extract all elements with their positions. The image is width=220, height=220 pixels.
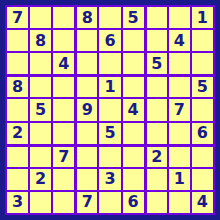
cell-r5c1-empty[interactable] (7, 99, 28, 120)
cell-r6c7-empty[interactable] (146, 123, 167, 144)
cell-r8c3-empty[interactable] (53, 169, 74, 190)
cell-r4c4-empty[interactable] (76, 76, 97, 97)
cell-r4c3-empty[interactable] (53, 76, 74, 97)
cell-r1c6-given-5[interactable]: 5 (123, 7, 144, 28)
cell-r3c6-empty[interactable] (123, 53, 144, 74)
cell-r8c8-given-1[interactable]: 1 (169, 169, 190, 190)
cell-r6c2-empty[interactable] (30, 123, 51, 144)
cell-r9c5-empty[interactable] (99, 192, 120, 213)
cell-r8c7-empty[interactable] (146, 169, 167, 190)
cell-r5c4-given-9[interactable]: 9 (76, 99, 97, 120)
cell-r9c3-empty[interactable] (53, 192, 74, 213)
cell-r9c6-given-6[interactable]: 6 (123, 192, 144, 213)
cell-r5c5-empty[interactable] (99, 99, 120, 120)
cell-r2c9-empty[interactable] (192, 30, 213, 51)
cell-r6c5-given-5[interactable]: 5 (99, 123, 120, 144)
cell-r8c4-empty[interactable] (76, 169, 97, 190)
cell-r7c1-empty[interactable] (7, 146, 28, 167)
cell-r7c2-empty[interactable] (30, 146, 51, 167)
cell-r9c9-given-4[interactable]: 4 (192, 192, 213, 213)
sudoku-board: 7851864458155947256722313764 (0, 0, 220, 220)
cell-r3c5-empty[interactable] (99, 53, 120, 74)
cell-r8c2-given-2[interactable]: 2 (30, 169, 51, 190)
cell-r2c1-empty[interactable] (7, 30, 28, 51)
cell-r4c7-empty[interactable] (146, 76, 167, 97)
cell-r6c8-empty[interactable] (169, 123, 190, 144)
cell-r3c4-empty[interactable] (76, 53, 97, 74)
cell-r7c6-empty[interactable] (123, 146, 144, 167)
cell-r4c6-empty[interactable] (123, 76, 144, 97)
cell-r6c9-given-6[interactable]: 6 (192, 123, 213, 144)
cell-r7c4-empty[interactable] (76, 146, 97, 167)
cell-r7c3-given-7[interactable]: 7 (53, 146, 74, 167)
cell-r9c4-given-7[interactable]: 7 (76, 192, 97, 213)
cell-r8c5-given-3[interactable]: 3 (99, 169, 120, 190)
sudoku-grid: 7851864458155947256722313764 (5, 5, 215, 215)
cell-r3c1-empty[interactable] (7, 53, 28, 74)
cell-r1c2-empty[interactable] (30, 7, 51, 28)
cell-r6c1-given-2[interactable]: 2 (7, 123, 28, 144)
cell-r1c8-empty[interactable] (169, 7, 190, 28)
cell-r4c2-empty[interactable] (30, 76, 51, 97)
cell-r9c1-given-3[interactable]: 3 (7, 192, 28, 213)
cell-r2c4-empty[interactable] (76, 30, 97, 51)
cell-r1c7-empty[interactable] (146, 7, 167, 28)
cell-r4c8-empty[interactable] (169, 76, 190, 97)
cell-r5c9-empty[interactable] (192, 99, 213, 120)
cell-r3c3-given-4[interactable]: 4 (53, 53, 74, 74)
cell-r9c8-empty[interactable] (169, 192, 190, 213)
cell-r9c7-empty[interactable] (146, 192, 167, 213)
cell-r2c2-given-8[interactable]: 8 (30, 30, 51, 51)
cell-r7c5-empty[interactable] (99, 146, 120, 167)
cell-r3c7-given-5[interactable]: 5 (146, 53, 167, 74)
cell-r4c5-given-1[interactable]: 1 (99, 76, 120, 97)
cell-r5c6-given-4[interactable]: 4 (123, 99, 144, 120)
cell-r6c3-empty[interactable] (53, 123, 74, 144)
cell-r8c6-empty[interactable] (123, 169, 144, 190)
cell-r7c8-empty[interactable] (169, 146, 190, 167)
cell-r6c6-empty[interactable] (123, 123, 144, 144)
cell-r7c9-empty[interactable] (192, 146, 213, 167)
cell-r8c9-empty[interactable] (192, 169, 213, 190)
cell-r3c8-empty[interactable] (169, 53, 190, 74)
cell-r5c7-empty[interactable] (146, 99, 167, 120)
cell-r2c3-empty[interactable] (53, 30, 74, 51)
cell-r9c2-empty[interactable] (30, 192, 51, 213)
cell-r5c3-empty[interactable] (53, 99, 74, 120)
cell-r2c7-empty[interactable] (146, 30, 167, 51)
cell-r5c2-given-5[interactable]: 5 (30, 99, 51, 120)
cell-r8c1-empty[interactable] (7, 169, 28, 190)
cell-r2c6-empty[interactable] (123, 30, 144, 51)
cell-r1c5-empty[interactable] (99, 7, 120, 28)
cell-r2c5-given-6[interactable]: 6 (99, 30, 120, 51)
cell-r1c9-given-1[interactable]: 1 (192, 7, 213, 28)
cell-r1c4-given-8[interactable]: 8 (76, 7, 97, 28)
cell-r7c7-given-2[interactable]: 2 (146, 146, 167, 167)
cell-r1c1-given-7[interactable]: 7 (7, 7, 28, 28)
cell-r5c8-given-7[interactable]: 7 (169, 99, 190, 120)
cell-r2c8-given-4[interactable]: 4 (169, 30, 190, 51)
cell-r3c9-empty[interactable] (192, 53, 213, 74)
cell-r1c3-empty[interactable] (53, 7, 74, 28)
cell-r4c9-given-5[interactable]: 5 (192, 76, 213, 97)
cell-r6c4-empty[interactable] (76, 123, 97, 144)
cell-r3c2-empty[interactable] (30, 53, 51, 74)
cell-r4c1-given-8[interactable]: 8 (7, 76, 28, 97)
